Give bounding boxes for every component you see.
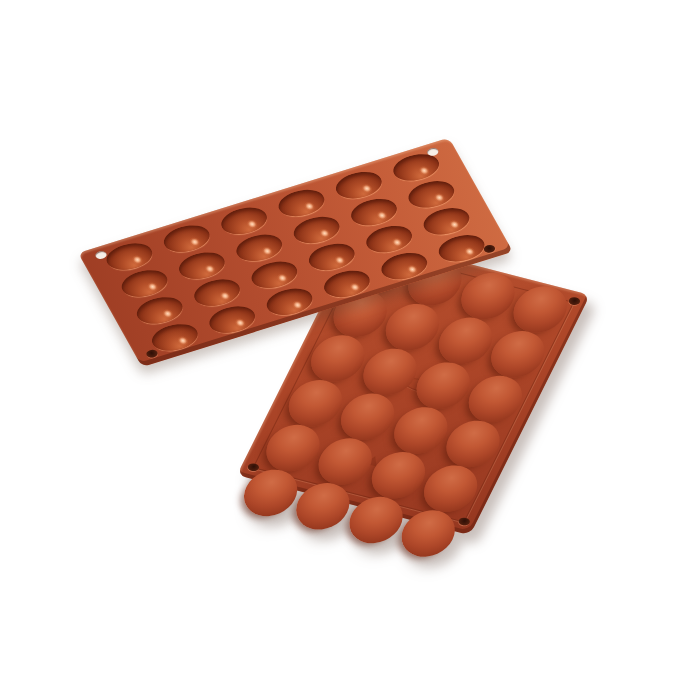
product-photo — [0, 0, 700, 700]
cavity-grid — [93, 145, 497, 359]
mold-back-cavity-side — [78, 253, 466, 384]
silicone-sheet — [78, 138, 513, 367]
